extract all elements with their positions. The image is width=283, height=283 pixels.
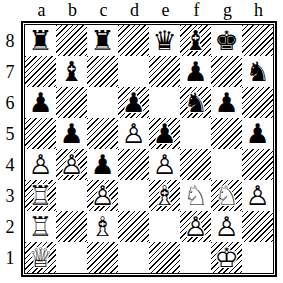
piece-glyph: ♝	[59, 58, 83, 85]
white-bishop: ♝♗	[87, 211, 118, 242]
piece-glyph: ♜	[28, 27, 52, 54]
piece-glyph: ♟	[90, 151, 114, 178]
square-e3[interactable]: ♝♗	[149, 180, 180, 211]
white-queen: ♛♕	[25, 242, 56, 273]
white-pawn: ♟♙	[242, 180, 273, 211]
piece-glyph: ♙	[28, 151, 52, 178]
chess-board: ♜♜♜♜♛♛♝♝♚♚♝♝♟♟♞♞♟♟♟♟♞♞♟♟♟♟♟♙♟♟♟♟♟♙♟♙♟♟♟♙…	[24, 24, 274, 274]
chess-diagram: abcdefgh 87654321 ♜♜♜♜♛♛♝♝♚♚♝♝♟♟♞♞♟♟♟♟♞♞…	[0, 0, 283, 283]
square-f3[interactable]: ♞♘	[180, 180, 211, 211]
square-a1[interactable]: ♛♕	[25, 242, 56, 273]
square-d5[interactable]: ♟♙	[118, 118, 149, 149]
rank-label-8: 8	[0, 26, 20, 57]
square-c4[interactable]: ♟♟	[87, 149, 118, 180]
square-d4[interactable]	[118, 149, 149, 180]
file-label-f: f	[181, 0, 212, 21]
square-h5[interactable]: ♟♟	[242, 118, 273, 149]
square-a7[interactable]	[25, 56, 56, 87]
rank-label-5: 5	[0, 119, 20, 150]
square-a8[interactable]: ♜♜	[25, 25, 56, 56]
white-rook: ♜♖	[25, 211, 56, 242]
white-rook: ♜♖	[25, 180, 56, 211]
file-label-b: b	[57, 0, 88, 21]
square-b1[interactable]	[56, 242, 87, 273]
file-label-h: h	[243, 0, 274, 21]
piece-glyph: ♙	[152, 151, 176, 178]
rank-label-7: 7	[0, 57, 20, 88]
square-c3[interactable]: ♟♙	[87, 180, 118, 211]
black-pawn: ♟♟	[211, 87, 242, 118]
black-queen: ♛♛	[149, 25, 180, 56]
piece-glyph: ♟	[59, 120, 83, 147]
black-rook: ♜♜	[87, 25, 118, 56]
square-f2[interactable]: ♟♙	[180, 211, 211, 242]
square-d3[interactable]	[118, 180, 149, 211]
black-pawn: ♟♟	[118, 87, 149, 118]
square-e8[interactable]: ♛♛	[149, 25, 180, 56]
board-frame: ♜♜♜♜♛♛♝♝♚♚♝♝♟♟♞♞♟♟♟♟♞♞♟♟♟♟♟♙♟♟♟♟♟♙♟♙♟♟♟♙…	[21, 21, 277, 277]
square-a6[interactable]: ♟♟	[25, 87, 56, 118]
piece-glyph: ♚	[214, 27, 238, 54]
white-knight: ♞♘	[180, 180, 211, 211]
square-c2[interactable]: ♝♗	[87, 211, 118, 242]
square-c8[interactable]: ♜♜	[87, 25, 118, 56]
piece-glyph: ♛	[152, 27, 176, 54]
square-e6[interactable]	[149, 87, 180, 118]
black-knight: ♞♞	[180, 87, 211, 118]
file-labels: abcdefgh	[26, 0, 274, 21]
black-knight: ♞♞	[242, 56, 273, 87]
piece-glyph: ♙	[121, 120, 145, 147]
square-h6[interactable]	[242, 87, 273, 118]
square-h1[interactable]	[242, 242, 273, 273]
square-h3[interactable]: ♟♙	[242, 180, 273, 211]
white-pawn: ♟♙	[180, 211, 211, 242]
piece-glyph: ♟	[245, 120, 269, 147]
white-pawn: ♟♙	[149, 149, 180, 180]
piece-glyph: ♘	[214, 182, 238, 209]
square-b8[interactable]	[56, 25, 87, 56]
piece-glyph: ♜	[90, 27, 114, 54]
file-label-d: d	[119, 0, 150, 21]
white-pawn: ♟♙	[118, 118, 149, 149]
rank-label-6: 6	[0, 88, 20, 119]
piece-glyph: ♟	[214, 89, 238, 116]
white-king: ♚♔	[211, 242, 242, 273]
file-label-a: a	[26, 0, 57, 21]
square-a3[interactable]: ♜♖	[25, 180, 56, 211]
square-e2[interactable]	[149, 211, 180, 242]
square-f7[interactable]: ♟♟	[180, 56, 211, 87]
file-label-g: g	[212, 0, 243, 21]
white-knight: ♞♘	[211, 180, 242, 211]
white-pawn: ♟♙	[56, 149, 87, 180]
square-e5[interactable]: ♟♟	[149, 118, 180, 149]
black-rook: ♜♜	[25, 25, 56, 56]
piece-glyph: ♗	[152, 182, 176, 209]
white-pawn: ♟♙	[87, 180, 118, 211]
square-d7[interactable]	[118, 56, 149, 87]
square-c1[interactable]	[87, 242, 118, 273]
square-g1[interactable]: ♚♔	[211, 242, 242, 273]
piece-glyph: ♔	[214, 244, 238, 271]
square-f4[interactable]	[180, 149, 211, 180]
square-d2[interactable]	[118, 211, 149, 242]
piece-glyph: ♟	[152, 120, 176, 147]
square-g4[interactable]	[211, 149, 242, 180]
piece-glyph: ♙	[183, 213, 207, 240]
square-d8[interactable]	[118, 25, 149, 56]
file-label-c: c	[88, 0, 119, 21]
square-a5[interactable]	[25, 118, 56, 149]
piece-glyph: ♞	[245, 58, 269, 85]
square-c7[interactable]	[87, 56, 118, 87]
piece-glyph: ♖	[28, 213, 52, 240]
square-f5[interactable]	[180, 118, 211, 149]
piece-glyph: ♕	[28, 244, 52, 271]
square-g2[interactable]: ♟♙	[211, 211, 242, 242]
rank-label-2: 2	[0, 212, 20, 243]
square-e1[interactable]	[149, 242, 180, 273]
black-king: ♚♚	[211, 25, 242, 56]
square-b7[interactable]: ♝♝	[56, 56, 87, 87]
square-g5[interactable]	[211, 118, 242, 149]
piece-glyph: ♙	[59, 151, 83, 178]
square-g3[interactable]: ♞♘	[211, 180, 242, 211]
square-e4[interactable]: ♟♙	[149, 149, 180, 180]
black-pawn: ♟♟	[87, 149, 118, 180]
square-f6[interactable]: ♞♞	[180, 87, 211, 118]
square-f8[interactable]: ♝♝	[180, 25, 211, 56]
piece-glyph: ♙	[245, 182, 269, 209]
black-bishop: ♝♝	[56, 56, 87, 87]
black-pawn: ♟♟	[180, 56, 211, 87]
square-b3[interactable]	[56, 180, 87, 211]
square-h4[interactable]	[242, 149, 273, 180]
white-bishop: ♝♗	[149, 180, 180, 211]
file-label-e: e	[150, 0, 181, 21]
rank-label-3: 3	[0, 181, 20, 212]
square-d1[interactable]	[118, 242, 149, 273]
square-e7[interactable]	[149, 56, 180, 87]
square-c5[interactable]	[87, 118, 118, 149]
rank-label-4: 4	[0, 150, 20, 181]
piece-glyph: ♗	[90, 213, 114, 240]
piece-glyph: ♟	[121, 89, 145, 116]
black-pawn: ♟♟	[149, 118, 180, 149]
square-c6[interactable]	[87, 87, 118, 118]
square-b4[interactable]: ♟♙	[56, 149, 87, 180]
square-g7[interactable]	[211, 56, 242, 87]
square-h8[interactable]	[242, 25, 273, 56]
white-pawn: ♟♙	[211, 211, 242, 242]
square-h7[interactable]: ♞♞	[242, 56, 273, 87]
square-h2[interactable]	[242, 211, 273, 242]
square-d6[interactable]: ♟♟	[118, 87, 149, 118]
black-pawn: ♟♟	[56, 118, 87, 149]
piece-glyph: ♙	[214, 213, 238, 240]
square-f1[interactable]	[180, 242, 211, 273]
white-pawn: ♟♙	[25, 149, 56, 180]
piece-glyph: ♝	[183, 27, 207, 54]
piece-glyph: ♘	[183, 182, 207, 209]
square-g6[interactable]: ♟♟	[211, 87, 242, 118]
black-pawn: ♟♟	[242, 118, 273, 149]
square-g8[interactable]: ♚♚	[211, 25, 242, 56]
piece-glyph: ♞	[183, 89, 207, 116]
square-a2[interactable]: ♜♖	[25, 211, 56, 242]
black-bishop: ♝♝	[180, 25, 211, 56]
square-b2[interactable]	[56, 211, 87, 242]
piece-glyph: ♟	[28, 89, 52, 116]
rank-labels: 87654321	[0, 26, 20, 274]
piece-glyph: ♟	[183, 58, 207, 85]
square-b6[interactable]	[56, 87, 87, 118]
rank-label-1: 1	[0, 243, 20, 274]
square-b5[interactable]: ♟♟	[56, 118, 87, 149]
piece-glyph: ♙	[90, 182, 114, 209]
piece-glyph: ♖	[28, 182, 52, 209]
black-pawn: ♟♟	[25, 87, 56, 118]
square-a4[interactable]: ♟♙	[25, 149, 56, 180]
